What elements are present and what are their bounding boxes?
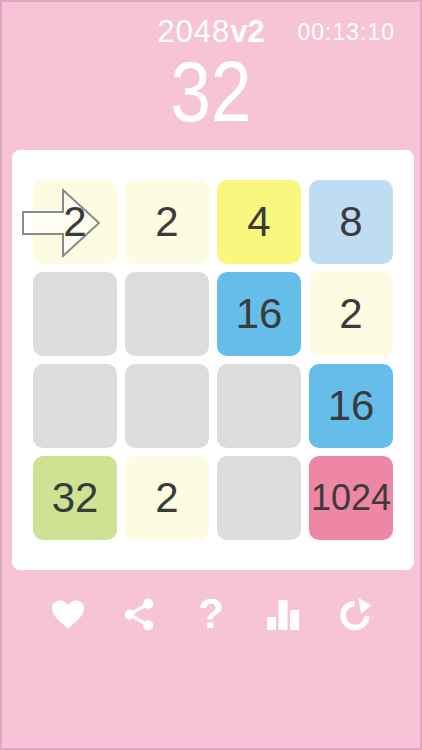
toolbar: ?	[2, 594, 420, 634]
empty-cell-r2c1	[33, 272, 117, 356]
tile-2-r4c2: 2	[125, 456, 209, 540]
question-mark-icon: ?	[198, 595, 224, 633]
empty-cell-r4c3	[217, 456, 301, 540]
score-value: 32	[33, 50, 388, 132]
game-board[interactable]: 2248162163221024	[12, 150, 414, 570]
share-button[interactable]	[120, 594, 160, 634]
tile-2-r1c2: 2	[125, 180, 209, 264]
tile-16-r2c3: 16	[217, 272, 301, 356]
empty-cell-r3c2	[125, 364, 209, 448]
empty-cell-r3c1	[33, 364, 117, 448]
share-icon	[123, 598, 156, 631]
tile-grid: 2248162163221024	[12, 150, 414, 570]
title-row: 2048v2 00:13:10	[2, 2, 420, 48]
swipe-right-arrow-icon	[22, 188, 102, 258]
header: 2048v2 00:13:10 32	[2, 2, 420, 150]
bar-chart-icon	[266, 598, 300, 630]
like-button[interactable]	[48, 594, 88, 634]
empty-cell-r2c2	[125, 272, 209, 356]
timer: 00:13:10	[297, 19, 395, 46]
stats-button[interactable]	[263, 594, 303, 634]
tile-1024-r4c4: 1024	[309, 456, 393, 540]
tile-32-r4c1: 32	[33, 456, 117, 540]
help-button[interactable]: ?	[191, 594, 231, 634]
app-window: 2048v2 00:13:10 32 2248162163221024	[0, 0, 422, 750]
tile-8-r1c4: 8	[309, 180, 393, 264]
refresh-icon	[336, 596, 373, 633]
restart-button[interactable]	[334, 594, 374, 634]
empty-cell-r3c3	[217, 364, 301, 448]
tile-16-r3c4: 16	[309, 364, 393, 448]
heart-icon	[51, 599, 85, 630]
tile-2-r2c4: 2	[309, 272, 393, 356]
tile-4-r1c3: 4	[217, 180, 301, 264]
